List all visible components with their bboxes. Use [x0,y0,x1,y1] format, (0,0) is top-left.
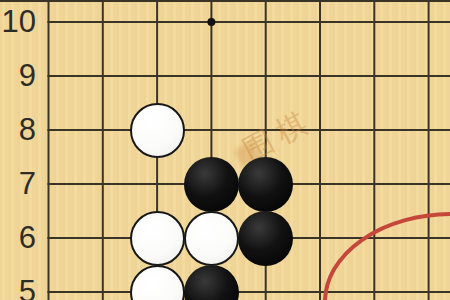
black-stone-D5 [184,265,239,300]
white-stone-C6 [130,211,185,266]
black-stone-E7 [238,157,293,212]
white-stone-C8 [130,103,185,158]
black-stone-D7 [184,157,239,212]
black-stone-E6 [238,211,293,266]
white-stone-D6 [184,211,239,266]
go-board[interactable]: 围棋 1098765 [0,0,450,300]
white-stone-C5 [130,265,185,300]
